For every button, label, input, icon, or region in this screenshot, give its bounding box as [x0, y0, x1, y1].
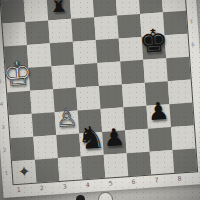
square-e8[interactable]: [93, 0, 118, 17]
offboard-black-piece[interactable]: [76, 195, 85, 200]
coord-right-7: 7: [189, 18, 193, 24]
black-knight[interactable]: ♞: [76, 121, 106, 154]
coord-left-1: 1: [5, 170, 9, 176]
square-e1[interactable]: [104, 153, 129, 178]
square-f4[interactable]: [122, 83, 147, 108]
square-a8[interactable]: [1, 0, 26, 24]
square-b4[interactable]: [30, 89, 55, 114]
square-e7[interactable]: [94, 16, 119, 41]
square-d4[interactable]: [76, 86, 101, 111]
square-b2[interactable]: [33, 135, 58, 160]
square-c1[interactable]: [58, 156, 83, 181]
coord-left-3: 3: [1, 124, 5, 130]
white-pawn[interactable]: ♙: [55, 105, 78, 130]
square-c5[interactable]: [51, 65, 76, 90]
coord-left-5: 5: [0, 78, 2, 84]
coord-bottom-4: 4: [86, 181, 90, 188]
offboard-white-piece[interactable]: [98, 192, 113, 200]
square-d1[interactable]: [81, 155, 106, 180]
square-c7[interactable]: [48, 19, 73, 44]
square-g1[interactable]: [150, 150, 175, 175]
square-d7[interactable]: [71, 17, 96, 42]
square-a3[interactable]: [9, 114, 34, 139]
coord-left-4: 4: [0, 101, 3, 107]
coord-bottom-5: 5: [108, 179, 112, 186]
square-e4[interactable]: [99, 84, 124, 109]
square-f2[interactable]: [125, 129, 150, 154]
us-chess-star-logo: ✦: [17, 164, 31, 180]
square-b8[interactable]: [24, 0, 49, 22]
square-h5[interactable]: [166, 57, 191, 82]
square-e5[interactable]: [97, 61, 122, 86]
square-a7[interactable]: [2, 22, 27, 47]
square-c6[interactable]: [50, 42, 75, 67]
coord-bottom-8: 8: [177, 174, 181, 181]
black-pawn[interactable]: ♟: [102, 125, 125, 150]
square-f3[interactable]: [123, 106, 148, 131]
coord-bottom-1: 1: [17, 186, 21, 193]
square-h3[interactable]: [169, 103, 194, 128]
square-b1[interactable]: [35, 158, 60, 183]
coord-bottom-7: 7: [154, 176, 158, 183]
coord-bottom-3: 3: [63, 183, 67, 190]
coord-right-6: 6: [191, 41, 195, 47]
square-g2[interactable]: [148, 127, 173, 152]
coord-bottom-6: 6: [131, 178, 135, 185]
chessboard-photo: ©USCHESS 123456788765432176✦♝♚♔♙♟♞♟: [0, 0, 200, 200]
square-f5[interactable]: [120, 60, 145, 85]
coord-bottom-2: 2: [40, 184, 44, 191]
black-king[interactable]: ♚: [138, 24, 169, 58]
square-d5[interactable]: [74, 63, 99, 88]
board-grid: [1, 0, 197, 184]
chess-board: ©USCHESS 123456788765432176✦♝♚♔♙♟♞♟: [0, 0, 200, 198]
square-e6[interactable]: [96, 39, 121, 64]
square-h1[interactable]: [173, 148, 198, 173]
square-b3[interactable]: [32, 112, 57, 137]
square-f1[interactable]: [127, 152, 152, 177]
square-a4[interactable]: [7, 91, 32, 116]
square-h2[interactable]: [171, 125, 196, 150]
black-pawn[interactable]: ♟: [147, 98, 170, 123]
square-a2[interactable]: [10, 137, 35, 162]
square-b7[interactable]: [25, 20, 50, 45]
square-d6[interactable]: [73, 40, 98, 65]
white-king[interactable]: ♔: [1, 55, 33, 90]
square-h4[interactable]: [168, 80, 193, 105]
square-d8[interactable]: [70, 0, 95, 19]
square-g5[interactable]: [143, 58, 168, 83]
black-bishop[interactable]: ♝: [46, 0, 71, 16]
coord-left-2: 2: [3, 147, 7, 153]
